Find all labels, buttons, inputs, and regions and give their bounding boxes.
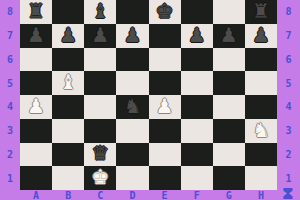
piece-black-pawn[interactable]: ♟ <box>188 25 206 45</box>
piece-black-pawn[interactable]: ♟ <box>123 25 141 45</box>
rank-label-right-7: 7 <box>277 24 300 48</box>
square-h6[interactable] <box>245 48 277 72</box>
chess-app-screen: 87654321 ♜♝♚♜♟♟♟♟♟♟♟♝♟♞♟♞♛♚ 87654321 ABC… <box>0 0 300 200</box>
square-f8[interactable] <box>181 0 213 24</box>
piece-black-pawn[interactable]: ♟ <box>252 25 270 45</box>
square-h3[interactable]: ♞ <box>245 119 277 143</box>
piece-white-king[interactable]: ♚ <box>91 167 109 187</box>
square-e3[interactable] <box>149 119 181 143</box>
square-b7[interactable]: ♟ <box>52 24 84 48</box>
square-e2[interactable] <box>149 143 181 167</box>
square-b2[interactable] <box>52 143 84 167</box>
rank-label-right-5: 5 <box>277 71 300 95</box>
rank-label-left-3: 3 <box>0 119 20 143</box>
square-c8[interactable]: ♝ <box>84 0 116 24</box>
file-label-c: C <box>84 190 116 200</box>
square-e5[interactable] <box>149 71 181 95</box>
square-f7[interactable]: ♟ <box>181 24 213 48</box>
square-c5[interactable] <box>84 71 116 95</box>
piece-black-rook[interactable]: ♜ <box>27 1 45 21</box>
square-g8[interactable] <box>213 0 245 24</box>
square-h8[interactable]: ♜ <box>245 0 277 24</box>
rank-label-left-5: 5 <box>0 71 20 95</box>
square-e1[interactable] <box>149 166 181 190</box>
square-a8[interactable]: ♜ <box>20 0 52 24</box>
square-b5[interactable]: ♝ <box>52 71 84 95</box>
square-g6[interactable] <box>213 48 245 72</box>
square-d2[interactable] <box>116 143 148 167</box>
square-c4[interactable] <box>84 95 116 119</box>
rank-labels-right: 87654321 <box>277 0 300 190</box>
square-b4[interactable] <box>52 95 84 119</box>
rank-label-right-8: 8 <box>277 0 300 24</box>
square-c3[interactable] <box>84 119 116 143</box>
file-label-d: D <box>116 190 148 200</box>
piece-black-bishop[interactable]: ♝ <box>91 1 109 21</box>
square-h2[interactable] <box>245 143 277 167</box>
square-f4[interactable] <box>181 95 213 119</box>
file-labels: ABCDEFGH <box>20 190 277 200</box>
rank-label-left-4: 4 <box>0 95 20 119</box>
square-g7[interactable]: ♟ <box>213 24 245 48</box>
rank-label-left-2: 2 <box>0 143 20 167</box>
piece-black-pawn[interactable]: ♟ <box>27 25 45 45</box>
piece-black-pawn[interactable]: ♟ <box>220 25 238 45</box>
file-label-b: B <box>52 190 84 200</box>
piece-black-pawn[interactable]: ♟ <box>91 25 109 45</box>
rank-label-left-8: 8 <box>0 0 20 24</box>
square-g5[interactable] <box>213 71 245 95</box>
piece-white-pawn[interactable]: ♟ <box>156 96 174 116</box>
rank-label-left-1: 1 <box>0 166 20 190</box>
square-a4[interactable]: ♟ <box>20 95 52 119</box>
square-b3[interactable] <box>52 119 84 143</box>
piece-white-pawn[interactable]: ♟ <box>27 96 45 116</box>
square-h7[interactable]: ♟ <box>245 24 277 48</box>
piece-white-knight[interactable]: ♞ <box>252 120 270 140</box>
square-a1[interactable] <box>20 166 52 190</box>
square-a3[interactable] <box>20 119 52 143</box>
square-d6[interactable] <box>116 48 148 72</box>
file-label-f: F <box>181 190 213 200</box>
square-a5[interactable] <box>20 71 52 95</box>
piece-black-queen[interactable]: ♛ <box>91 143 109 163</box>
square-e7[interactable] <box>149 24 181 48</box>
square-g2[interactable] <box>213 143 245 167</box>
rank-label-right-6: 6 <box>277 48 300 72</box>
square-a7[interactable]: ♟ <box>20 24 52 48</box>
square-d8[interactable] <box>116 0 148 24</box>
square-f1[interactable] <box>181 166 213 190</box>
square-d1[interactable] <box>116 166 148 190</box>
piece-white-bishop[interactable]: ♝ <box>59 72 77 92</box>
file-label-a: A <box>20 190 52 200</box>
square-h4[interactable] <box>245 95 277 119</box>
file-label-e: E <box>149 190 181 200</box>
rank-label-right-4: 4 <box>277 95 300 119</box>
square-h1[interactable] <box>245 166 277 190</box>
square-e6[interactable] <box>149 48 181 72</box>
square-g4[interactable] <box>213 95 245 119</box>
square-d3[interactable] <box>116 119 148 143</box>
piece-black-knight[interactable]: ♞ <box>123 96 141 116</box>
rank-label-right-1: 1 <box>277 166 300 190</box>
square-c7[interactable]: ♟ <box>84 24 116 48</box>
rank-label-right-3: 3 <box>277 119 300 143</box>
piece-black-king[interactable]: ♚ <box>156 1 174 21</box>
square-e8[interactable]: ♚ <box>149 0 181 24</box>
square-a2[interactable] <box>20 143 52 167</box>
piece-black-rook[interactable]: ♜ <box>252 1 270 21</box>
square-g3[interactable] <box>213 119 245 143</box>
square-f2[interactable] <box>181 143 213 167</box>
square-c1[interactable]: ♚ <box>84 166 116 190</box>
square-b1[interactable] <box>52 166 84 190</box>
rank-label-left-7: 7 <box>0 24 20 48</box>
hourglass-icon <box>283 188 293 199</box>
square-e4[interactable]: ♟ <box>149 95 181 119</box>
square-d7[interactable]: ♟ <box>116 24 148 48</box>
file-label-g: G <box>213 190 245 200</box>
square-c6[interactable] <box>84 48 116 72</box>
square-a6[interactable] <box>20 48 52 72</box>
square-c2[interactable]: ♛ <box>84 143 116 167</box>
rank-label-left-6: 6 <box>0 48 20 72</box>
square-g1[interactable] <box>213 166 245 190</box>
square-d4[interactable]: ♞ <box>116 95 148 119</box>
square-d5[interactable] <box>116 71 148 95</box>
square-f6[interactable] <box>181 48 213 72</box>
square-b6[interactable] <box>52 48 84 72</box>
rank-labels-left: 87654321 <box>0 0 20 190</box>
square-h5[interactable] <box>245 71 277 95</box>
file-label-h: H <box>245 190 277 200</box>
chess-board: ♜♝♚♜♟♟♟♟♟♟♟♝♟♞♟♞♛♚ <box>20 0 277 190</box>
square-f5[interactable] <box>181 71 213 95</box>
piece-black-pawn[interactable]: ♟ <box>59 25 77 45</box>
square-f3[interactable] <box>181 119 213 143</box>
rank-label-right-2: 2 <box>277 143 300 167</box>
square-b8[interactable] <box>52 0 84 24</box>
